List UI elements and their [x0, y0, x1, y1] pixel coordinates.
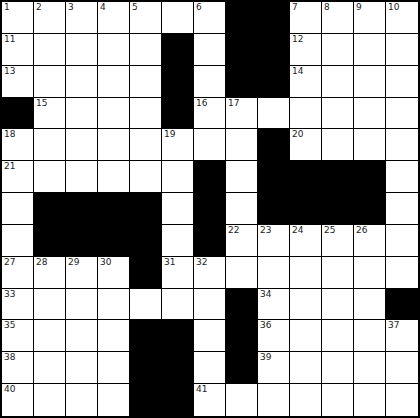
black-cell	[98, 225, 130, 257]
grid-cell[interactable]	[194, 66, 226, 98]
grid-cell[interactable]	[354, 66, 386, 98]
black-cell	[226, 289, 258, 321]
clue-number: 22	[228, 225, 239, 236]
grid-cell[interactable]: 25	[322, 225, 354, 257]
grid-cell[interactable]	[66, 34, 98, 66]
clue-number: 17	[228, 98, 239, 109]
grid-cell[interactable]	[258, 384, 290, 416]
clue-number: 36	[260, 320, 271, 331]
grid-cell[interactable]	[194, 289, 226, 321]
grid-cell[interactable]	[354, 352, 386, 384]
grid-cell[interactable]	[290, 289, 322, 321]
black-cell	[98, 193, 130, 225]
clue-number: 30	[100, 257, 111, 268]
black-cell	[258, 2, 290, 34]
grid-cell[interactable]	[322, 289, 354, 321]
grid-cell[interactable]: 4	[98, 2, 130, 34]
clue-number: 41	[196, 384, 207, 395]
clue-number: 12	[292, 34, 303, 45]
grid-cell[interactable]	[98, 320, 130, 352]
black-cell	[226, 34, 258, 66]
clue-number: 3	[68, 2, 74, 13]
clue-number: 5	[132, 2, 138, 13]
grid-cell[interactable]	[386, 129, 418, 161]
grid-cell[interactable]: 5	[130, 2, 162, 34]
grid-cell[interactable]: 13	[2, 66, 34, 98]
grid-cell[interactable]	[386, 225, 418, 257]
grid-cell[interactable]: 34	[258, 289, 290, 321]
grid-cell[interactable]	[98, 384, 130, 416]
grid-cell[interactable]: 26	[354, 225, 386, 257]
grid-cell[interactable]	[354, 34, 386, 66]
clue-number: 28	[36, 257, 47, 268]
grid-cell[interactable]	[2, 225, 34, 257]
grid-cell[interactable]	[290, 257, 322, 289]
grid-cell[interactable]	[290, 98, 322, 130]
black-cell	[130, 193, 162, 225]
grid-cell[interactable]: 38	[2, 352, 34, 384]
grid-cell[interactable]: 23	[258, 225, 290, 257]
grid-cell[interactable]	[34, 129, 66, 161]
grid-cell[interactable]: 11	[2, 34, 34, 66]
grid-cell[interactable]	[2, 193, 34, 225]
black-cell	[162, 66, 194, 98]
grid-cell[interactable]	[226, 193, 258, 225]
clue-number: 6	[196, 2, 202, 13]
clue-number: 16	[196, 98, 207, 109]
grid-cell[interactable]	[322, 352, 354, 384]
grid-cell[interactable]	[322, 98, 354, 130]
grid-cell[interactable]	[386, 352, 418, 384]
clue-number: 9	[356, 2, 362, 13]
black-cell	[258, 66, 290, 98]
clue-number: 38	[4, 352, 15, 363]
grid-cell[interactable]	[34, 161, 66, 193]
grid-cell[interactable]	[290, 320, 322, 352]
black-cell	[226, 66, 258, 98]
grid-cell[interactable]: 31	[162, 257, 194, 289]
grid-cell[interactable]	[386, 161, 418, 193]
grid-cell[interactable]	[66, 352, 98, 384]
clue-number: 13	[4, 66, 15, 77]
grid-cell[interactable]	[354, 257, 386, 289]
grid-cell[interactable]	[66, 129, 98, 161]
grid-cell[interactable]: 17	[226, 98, 258, 130]
black-cell	[290, 161, 322, 193]
black-cell	[194, 161, 226, 193]
grid-cell[interactable]: 1	[2, 2, 34, 34]
clue-number: 1	[4, 2, 10, 13]
black-cell	[258, 193, 290, 225]
grid-cell[interactable]	[66, 161, 98, 193]
grid-cell[interactable]: 32	[194, 257, 226, 289]
clue-number: 2	[36, 2, 42, 13]
grid-cell[interactable]	[98, 161, 130, 193]
grid-cell[interactable]: 37	[386, 320, 418, 352]
grid-cell[interactable]	[66, 384, 98, 416]
grid-cell[interactable]: 41	[194, 384, 226, 416]
black-cell	[290, 193, 322, 225]
black-cell	[162, 34, 194, 66]
grid-cell[interactable]: 29	[66, 257, 98, 289]
clue-number: 24	[292, 225, 303, 236]
grid-cell[interactable]	[354, 98, 386, 130]
grid-cell[interactable]	[98, 66, 130, 98]
grid-cell[interactable]	[194, 34, 226, 66]
black-cell	[354, 161, 386, 193]
grid-cell[interactable]	[34, 352, 66, 384]
grid-cell[interactable]	[34, 384, 66, 416]
black-cell	[226, 352, 258, 384]
clue-number: 33	[4, 289, 15, 300]
grid-cell[interactable]: 39	[258, 352, 290, 384]
grid-cell[interactable]: 14	[290, 66, 322, 98]
black-cell	[162, 384, 194, 416]
black-cell	[258, 34, 290, 66]
grid-cell[interactable]	[98, 352, 130, 384]
grid-cell[interactable]	[226, 161, 258, 193]
black-cell	[130, 257, 162, 289]
grid-cell[interactable]	[354, 320, 386, 352]
black-cell	[386, 289, 418, 321]
grid-cell[interactable]	[34, 320, 66, 352]
grid-cell[interactable]: 33	[2, 289, 34, 321]
grid-cell[interactable]: 27	[2, 257, 34, 289]
grid-cell[interactable]: 35	[2, 320, 34, 352]
grid-cell[interactable]: 22	[226, 225, 258, 257]
black-cell	[194, 193, 226, 225]
grid-cell[interactable]: 7	[290, 2, 322, 34]
black-cell	[66, 193, 98, 225]
grid-cell[interactable]	[34, 34, 66, 66]
grid-cell[interactable]: 16	[194, 98, 226, 130]
clue-number: 31	[164, 257, 175, 268]
black-cell	[162, 352, 194, 384]
clue-number: 11	[4, 34, 15, 45]
black-cell	[130, 320, 162, 352]
grid-cell[interactable]: 8	[322, 2, 354, 34]
clue-number: 34	[260, 289, 271, 300]
grid-cell[interactable]	[162, 225, 194, 257]
black-cell	[162, 98, 194, 130]
black-cell	[258, 129, 290, 161]
grid-cell[interactable]	[98, 98, 130, 130]
grid-cell[interactable]: 36	[258, 320, 290, 352]
clue-number: 15	[36, 98, 47, 109]
grid-cell[interactable]: 3	[66, 2, 98, 34]
grid-cell[interactable]	[66, 289, 98, 321]
clue-number: 18	[4, 129, 15, 140]
grid-cell[interactable]	[130, 129, 162, 161]
black-cell	[130, 225, 162, 257]
black-cell	[34, 193, 66, 225]
grid-cell[interactable]	[386, 384, 418, 416]
grid-cell[interactable]	[258, 257, 290, 289]
clue-number: 8	[324, 2, 330, 13]
grid-cell[interactable]	[322, 66, 354, 98]
grid-cell[interactable]	[66, 320, 98, 352]
grid-cell[interactable]	[162, 161, 194, 193]
clue-number: 21	[4, 161, 15, 172]
black-cell	[130, 384, 162, 416]
grid-cell[interactable]: 40	[2, 384, 34, 416]
clue-number: 14	[292, 66, 303, 77]
clue-number: 32	[196, 257, 207, 268]
grid-cell[interactable]	[162, 193, 194, 225]
grid-cell[interactable]	[98, 34, 130, 66]
grid-cell[interactable]	[130, 34, 162, 66]
grid-cell[interactable]	[386, 98, 418, 130]
grid-cell[interactable]	[290, 352, 322, 384]
grid-cell[interactable]: 19	[162, 129, 194, 161]
clue-number: 27	[4, 257, 15, 268]
black-cell	[354, 193, 386, 225]
grid-cell[interactable]: 20	[290, 129, 322, 161]
grid-cell[interactable]	[98, 289, 130, 321]
grid-cell[interactable]	[386, 34, 418, 66]
grid-cell[interactable]: 18	[2, 129, 34, 161]
grid-cell[interactable]	[130, 98, 162, 130]
clue-number: 35	[4, 320, 15, 331]
clue-number: 10	[388, 2, 399, 13]
black-cell	[66, 225, 98, 257]
grid-cell[interactable]	[226, 129, 258, 161]
black-cell	[226, 2, 258, 34]
black-cell	[194, 225, 226, 257]
grid-cell[interactable]: 30	[98, 257, 130, 289]
grid-cell[interactable]: 10	[386, 2, 418, 34]
clue-number: 7	[292, 2, 298, 13]
clue-number: 40	[4, 384, 15, 395]
grid-cell[interactable]	[322, 384, 354, 416]
grid-cell[interactable]	[226, 257, 258, 289]
grid-cell[interactable]	[386, 257, 418, 289]
grid-cell[interactable]	[130, 289, 162, 321]
grid-cell[interactable]	[386, 66, 418, 98]
black-cell	[258, 161, 290, 193]
black-cell	[322, 161, 354, 193]
clue-number: 4	[100, 2, 106, 13]
clue-number: 23	[260, 225, 271, 236]
grid-cell[interactable]	[322, 129, 354, 161]
grid-cell[interactable]	[354, 289, 386, 321]
grid-cell[interactable]: 6	[194, 2, 226, 34]
black-cell	[130, 352, 162, 384]
black-cell	[2, 98, 34, 130]
grid-cell[interactable]: 12	[290, 34, 322, 66]
grid-cell[interactable]	[354, 129, 386, 161]
grid-cell[interactable]	[66, 66, 98, 98]
clue-number: 26	[356, 225, 367, 236]
grid-cell[interactable]: 9	[354, 2, 386, 34]
black-cell	[322, 193, 354, 225]
grid-cell[interactable]	[290, 384, 322, 416]
grid-cell[interactable]: 21	[2, 161, 34, 193]
grid-cell[interactable]	[354, 384, 386, 416]
black-cell	[226, 320, 258, 352]
grid-cell[interactable]: 28	[34, 257, 66, 289]
grid-cell[interactable]	[322, 34, 354, 66]
grid-cell[interactable]: 15	[34, 98, 66, 130]
clue-number: 29	[68, 257, 79, 268]
grid-cell[interactable]	[66, 98, 98, 130]
grid-cell[interactable]	[386, 193, 418, 225]
black-cell	[162, 320, 194, 352]
grid-cell[interactable]	[162, 289, 194, 321]
grid-cell[interactable]	[130, 66, 162, 98]
grid-cell[interactable]	[194, 129, 226, 161]
grid-cell[interactable]	[130, 161, 162, 193]
grid-cell[interactable]	[194, 352, 226, 384]
grid-cell[interactable]	[162, 2, 194, 34]
grid-cell[interactable]	[258, 98, 290, 130]
grid-cell[interactable]	[322, 257, 354, 289]
clue-number: 25	[324, 225, 335, 236]
clue-number: 20	[292, 129, 303, 140]
crossword-board: 1234567891011121314151617181920212223242…	[0, 0, 420, 418]
grid-cell[interactable]: 24	[290, 225, 322, 257]
black-cell	[34, 225, 66, 257]
grid-cell[interactable]	[226, 384, 258, 416]
grid-cell[interactable]	[98, 129, 130, 161]
grid-cell[interactable]	[34, 289, 66, 321]
clue-number: 37	[388, 320, 399, 331]
grid-cell[interactable]	[194, 320, 226, 352]
grid-cell[interactable]	[322, 320, 354, 352]
clue-number: 19	[164, 129, 175, 140]
grid-cell[interactable]: 2	[34, 2, 66, 34]
grid-cell[interactable]	[34, 66, 66, 98]
clue-number: 39	[260, 352, 271, 363]
